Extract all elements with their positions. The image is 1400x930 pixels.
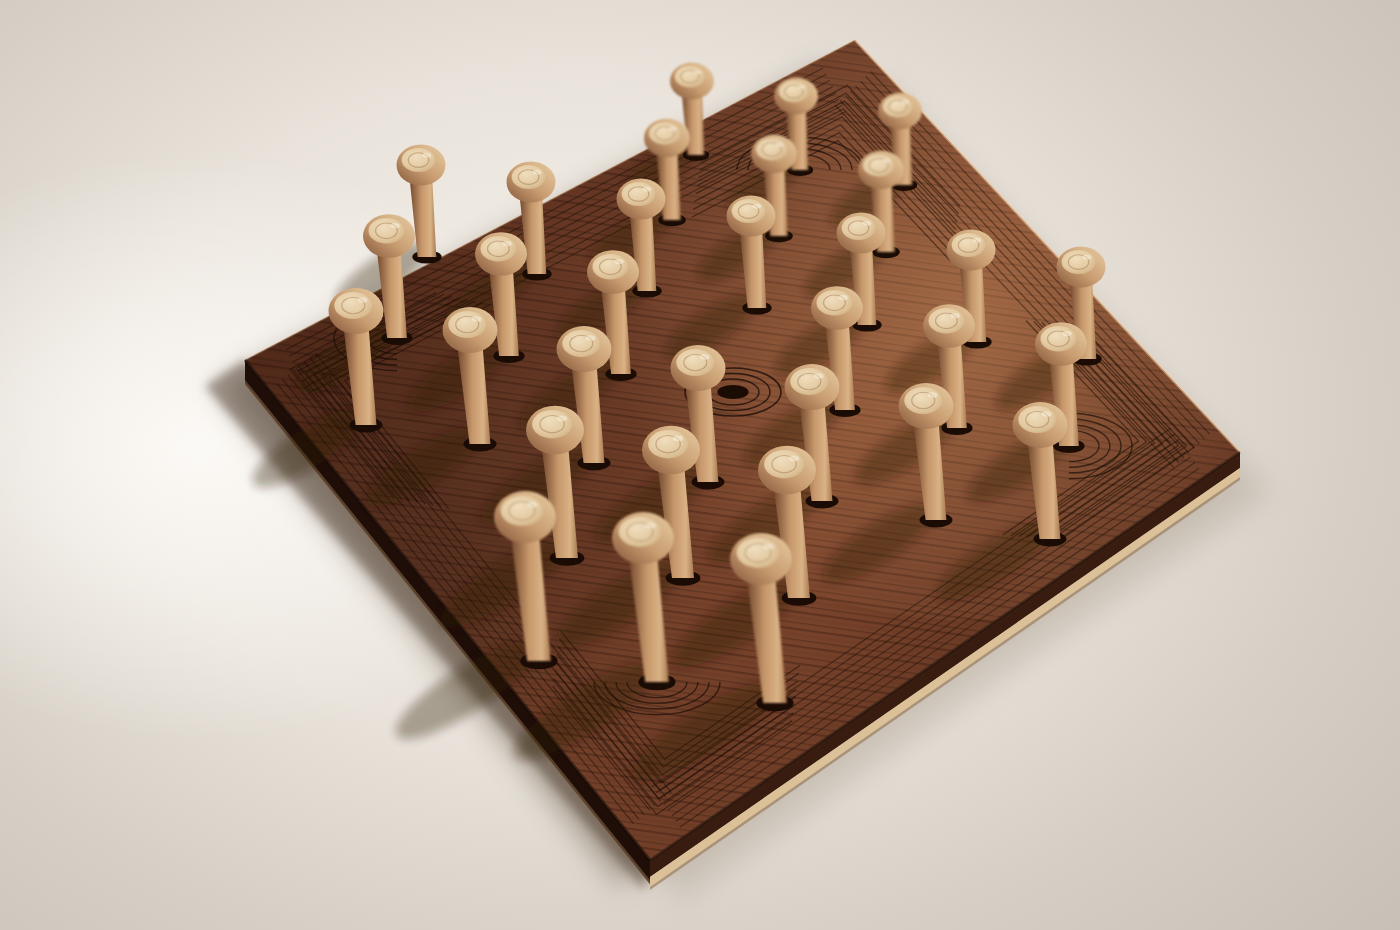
empty-hole-centre[interactable]	[717, 385, 748, 399]
photo-scene	[0, 0, 1400, 930]
peg-solitaire-board	[0, 0, 1400, 930]
